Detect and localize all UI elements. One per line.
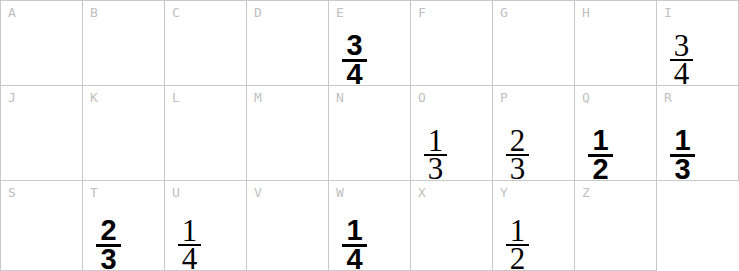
cell-label-Y: Y [500,186,508,199]
cell-label-K: K [90,91,98,104]
glyph-cell-O[interactable]: O13 [411,86,493,181]
cell-label-A: A [8,6,16,19]
glyph-cell-L[interactable]: L [165,86,247,181]
cell-label-M: M [254,91,262,104]
glyph-cell-U[interactable]: U14 [165,181,247,271]
glyph-cell-C[interactable]: C [165,1,247,86]
fraction-numerator: 1 [180,220,200,242]
fraction-1-4: 14 [342,220,367,270]
fraction-denominator: 3 [508,158,528,180]
cell-label-P: P [500,91,508,104]
cell-label-X: X [418,186,426,199]
glyph-cell-R[interactable]: R13 [657,86,739,181]
fraction-numerator: 1 [344,220,364,241]
cell-label-O: O [418,91,426,104]
glyph-cell-M[interactable]: M [247,86,329,181]
glyph-cell-W[interactable]: W14 [329,181,411,271]
glyph-cell-X[interactable]: X [411,181,493,271]
fraction-denominator: 3 [98,249,118,270]
glyph-cell-D[interactable]: D [247,1,329,86]
fraction-3-4: 34 [342,35,367,85]
fraction-1-3: 13 [670,130,695,180]
cell-label-E: E [336,6,344,19]
cell-label-V: V [254,186,262,199]
glyph-cell-F[interactable]: F [411,1,493,86]
glyph-cell-K[interactable]: K [83,86,165,181]
fraction-denominator: 3 [672,159,692,180]
fraction-1-3: 13 [424,130,447,180]
cell-label-Z: Z [582,186,590,199]
glyph-cell-H[interactable]: H [575,1,657,86]
fraction-numerator: 2 [508,130,528,152]
fraction-3-4: 34 [670,35,693,85]
fraction-2-3: 23 [96,220,121,270]
cell-label-N: N [336,91,344,104]
cell-label-T: T [90,186,98,199]
glyph-cell-Y[interactable]: Y12 [493,181,575,271]
fraction-1-2: 12 [588,130,613,180]
cell-label-W: W [336,186,344,199]
glyph-cell-B[interactable]: B [83,1,165,86]
glyph-cell-A[interactable]: A [1,1,83,86]
glyph-cell-Q[interactable]: Q12 [575,86,657,181]
fraction-2-3: 23 [506,130,529,180]
fraction-numerator: 3 [344,35,364,56]
fraction-denominator: 4 [672,63,692,85]
cell-label-H: H [582,6,590,19]
fraction-denominator: 2 [590,159,610,180]
cell-label-Q: Q [582,91,590,104]
glyph-cell-Z[interactable]: Z [575,181,657,271]
glyph-cell-E[interactable]: E34 [329,1,411,86]
glyph-cell-P[interactable]: P23 [493,86,575,181]
fraction-denominator: 4 [180,248,200,270]
glyph-cell-I[interactable]: I34 [657,1,739,86]
cell-label-I: I [664,6,672,19]
glyph-cell-T[interactable]: T23 [83,181,165,271]
fraction-denominator: 4 [344,64,364,85]
cell-label-R: R [664,91,672,104]
glyph-grid: ABCDE34FGHI34JKLMNO13P23Q12R13ST23U14VW1… [0,0,739,271]
fraction-1-4: 14 [178,220,201,270]
cell-label-C: C [172,6,180,19]
glyph-cell-V[interactable]: V [247,181,329,271]
fraction-numerator: 2 [98,220,118,241]
glyph-cell-S[interactable]: S [1,181,83,271]
fraction-numerator: 1 [672,130,692,151]
cell-label-G: G [500,6,508,19]
cell-label-J: J [8,91,16,104]
fraction-denominator: 4 [344,249,364,270]
glyph-cell-N[interactable]: N [329,86,411,181]
fraction-1-2: 12 [506,220,529,270]
cell-label-U: U [172,186,180,199]
character-map: ABCDE34FGHI34JKLMNO13P23Q12R13ST23U14VW1… [0,0,739,271]
cell-label-S: S [8,186,16,199]
cell-label-F: F [418,6,426,19]
fraction-denominator: 2 [508,248,528,270]
glyph-cell-J[interactable]: J [1,86,83,181]
fraction-numerator: 1 [426,130,446,152]
cell-label-D: D [254,6,262,19]
fraction-numerator: 1 [590,130,610,151]
fraction-denominator: 3 [426,158,446,180]
empty-area [657,181,739,271]
glyph-cell-G[interactable]: G [493,1,575,86]
fraction-numerator: 1 [508,220,528,242]
cell-label-L: L [172,91,180,104]
fraction-numerator: 3 [672,35,692,57]
cell-label-B: B [90,6,98,19]
